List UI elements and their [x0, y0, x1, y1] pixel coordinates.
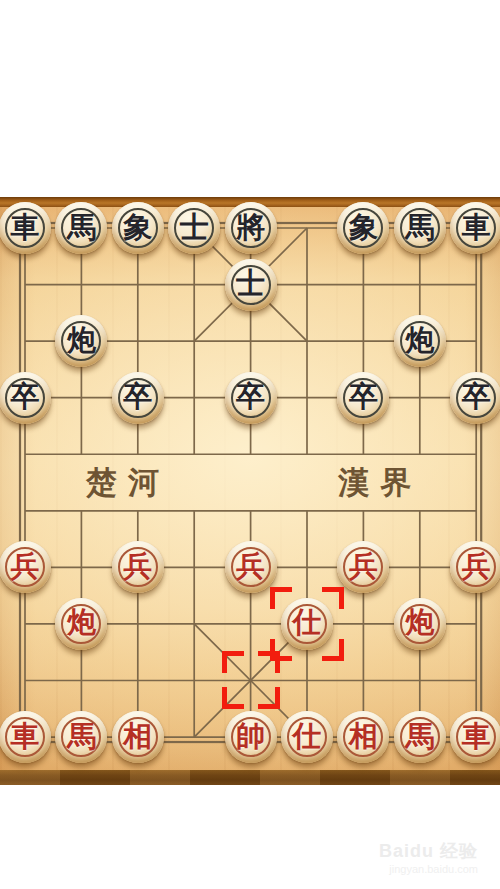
piece-black-soldier[interactable]: 卒: [450, 372, 500, 424]
piece-red-elephant[interactable]: 相: [337, 711, 389, 763]
piece-red-horse[interactable]: 馬: [394, 711, 446, 763]
watermark: Baidu 经验 jingyan.baidu.com: [379, 840, 478, 876]
piece-glyph: 仕: [281, 711, 333, 763]
piece-glyph: 兵: [225, 541, 277, 593]
piece-glyph: 將: [225, 202, 277, 254]
piece-black-soldier[interactable]: 卒: [225, 372, 277, 424]
piece-red-soldier[interactable]: 兵: [225, 541, 277, 593]
piece-black-elephant[interactable]: 象: [337, 202, 389, 254]
piece-black-soldier[interactable]: 卒: [337, 372, 389, 424]
piece-black-advisor[interactable]: 士: [168, 202, 220, 254]
piece-glyph: 兵: [337, 541, 389, 593]
piece-glyph: 相: [337, 711, 389, 763]
piece-red-elephant[interactable]: 相: [112, 711, 164, 763]
piece-glyph: 車: [0, 202, 51, 254]
piece-glyph: 相: [112, 711, 164, 763]
pieces-layer: 車馬象士將象馬車士炮炮卒卒卒卒卒兵兵兵兵兵炮仕炮車馬相帥仕相馬車: [0, 197, 500, 785]
piece-glyph: 炮: [394, 315, 446, 367]
piece-red-cannon[interactable]: 炮: [394, 598, 446, 650]
piece-red-chariot[interactable]: 車: [0, 711, 51, 763]
piece-black-chariot[interactable]: 車: [0, 202, 51, 254]
piece-red-cannon[interactable]: 炮: [55, 598, 107, 650]
piece-glyph: 馬: [55, 202, 107, 254]
piece-red-soldier[interactable]: 兵: [112, 541, 164, 593]
piece-glyph: 卒: [112, 372, 164, 424]
watermark-brand: Baidu 经验: [379, 840, 478, 863]
piece-black-elephant[interactable]: 象: [112, 202, 164, 254]
piece-red-soldier[interactable]: 兵: [337, 541, 389, 593]
piece-black-soldier[interactable]: 卒: [112, 372, 164, 424]
piece-black-advisor[interactable]: 士: [225, 259, 277, 311]
piece-glyph: 兵: [0, 541, 51, 593]
piece-glyph: 炮: [55, 315, 107, 367]
piece-glyph: 卒: [225, 372, 277, 424]
piece-black-horse[interactable]: 馬: [394, 202, 446, 254]
piece-black-cannon[interactable]: 炮: [394, 315, 446, 367]
piece-red-soldier[interactable]: 兵: [0, 541, 51, 593]
piece-glyph: 帥: [225, 711, 277, 763]
piece-glyph: 卒: [337, 372, 389, 424]
piece-glyph: 象: [337, 202, 389, 254]
piece-glyph: 卒: [450, 372, 500, 424]
piece-red-advisor[interactable]: 仕: [281, 598, 333, 650]
piece-glyph: 馬: [394, 711, 446, 763]
piece-red-horse[interactable]: 馬: [55, 711, 107, 763]
piece-glyph: 馬: [55, 711, 107, 763]
piece-glyph: 車: [450, 202, 500, 254]
piece-glyph: 炮: [394, 598, 446, 650]
watermark-url: jingyan.baidu.com: [379, 863, 478, 877]
piece-red-chariot[interactable]: 車: [450, 711, 500, 763]
piece-black-general[interactable]: 將: [225, 202, 277, 254]
piece-black-soldier[interactable]: 卒: [0, 372, 51, 424]
piece-glyph: 卒: [0, 372, 51, 424]
piece-glyph: 士: [225, 259, 277, 311]
piece-glyph: 車: [0, 711, 51, 763]
piece-red-advisor[interactable]: 仕: [281, 711, 333, 763]
piece-red-general[interactable]: 帥: [225, 711, 277, 763]
piece-black-horse[interactable]: 馬: [55, 202, 107, 254]
piece-glyph: 仕: [281, 598, 333, 650]
piece-black-chariot[interactable]: 車: [450, 202, 500, 254]
piece-glyph: 馬: [394, 202, 446, 254]
piece-glyph: 炮: [55, 598, 107, 650]
piece-glyph: 車: [450, 711, 500, 763]
piece-glyph: 士: [168, 202, 220, 254]
piece-glyph: 兵: [450, 541, 500, 593]
piece-glyph: 兵: [112, 541, 164, 593]
piece-red-soldier[interactable]: 兵: [450, 541, 500, 593]
piece-glyph: 象: [112, 202, 164, 254]
piece-black-cannon[interactable]: 炮: [55, 315, 107, 367]
xiangqi-board[interactable]: 楚河 漢界 車馬象士將象馬車士炮炮卒卒卒卒卒兵兵兵兵兵炮仕炮車馬相帥仕相馬車: [0, 197, 500, 785]
